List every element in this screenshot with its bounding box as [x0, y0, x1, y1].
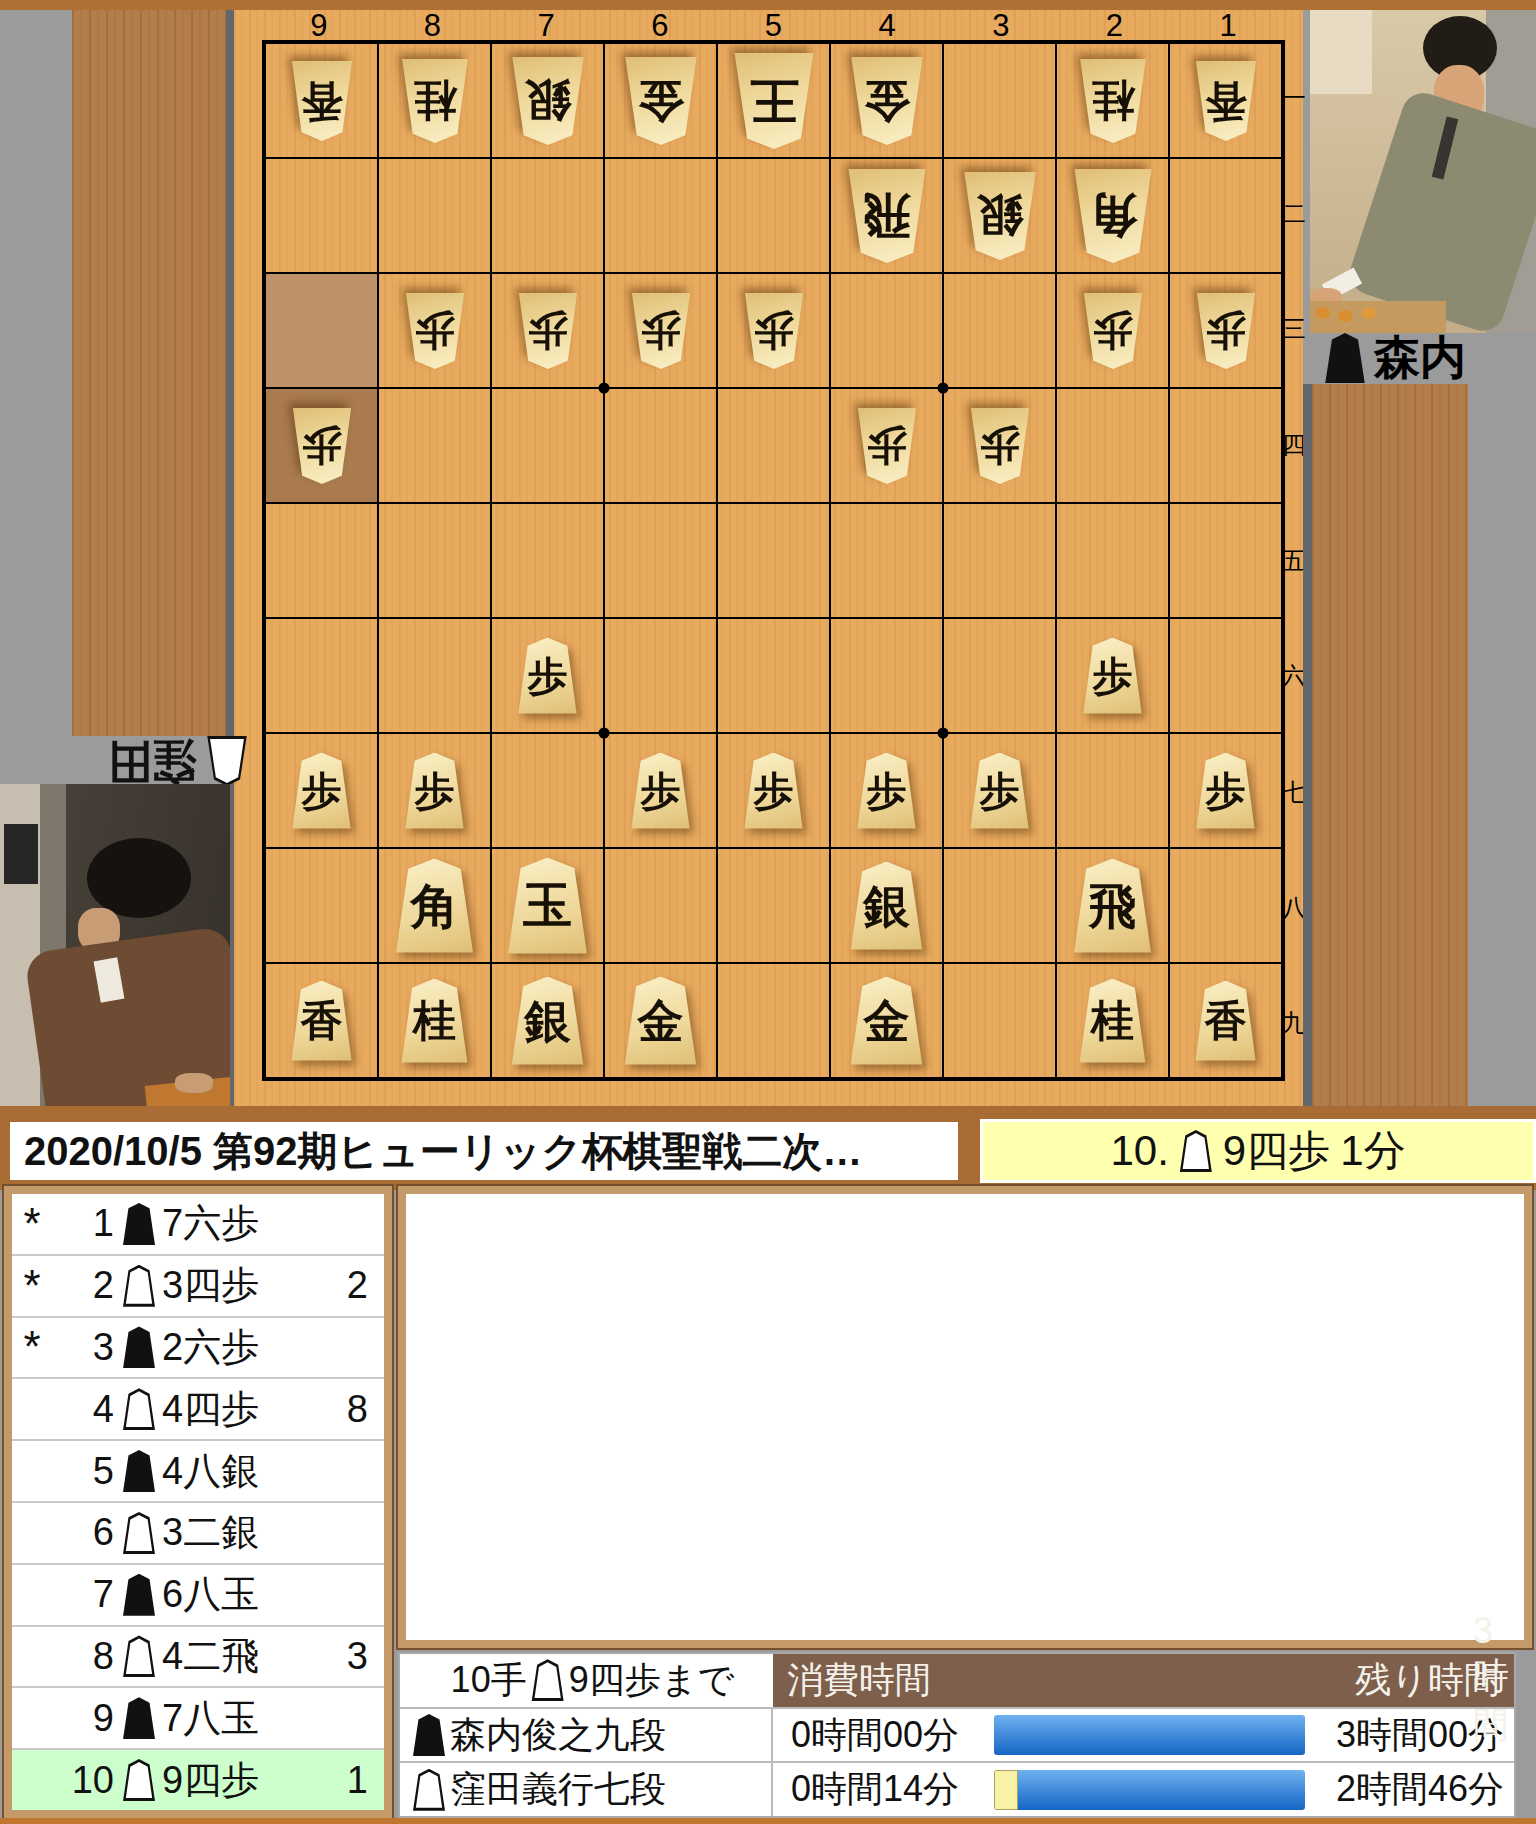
move-text: 3二銀 [162, 1507, 306, 1558]
sente-player-name: 森内俊之九段 [450, 1711, 666, 1760]
piece-gote-p: 歩 [1082, 293, 1144, 369]
piece-kanji: 歩 [641, 311, 681, 351]
piece-sente-l: 香 [1194, 981, 1258, 1061]
piece-kanji: 桂 [413, 79, 456, 122]
time-row-sente: 森内俊之九段 0時間00分 3時間00分 [400, 1707, 1514, 1762]
piece-kanji: 歩 [528, 311, 568, 351]
piece-kanji: 歩 [528, 656, 568, 696]
move-star: * [12, 1322, 52, 1372]
photo-monitor [4, 824, 38, 884]
square-9八 [265, 848, 378, 963]
square-7二 [491, 158, 604, 273]
gote-piece-icon [122, 1388, 156, 1430]
sente-piece-icon [122, 1326, 156, 1368]
hoshi-dot [599, 728, 610, 739]
piece-body: 角 [394, 859, 476, 953]
square-1三: 歩 [1169, 273, 1282, 388]
square-5九 [717, 963, 830, 1078]
square-5六 [717, 618, 830, 733]
piece-body: 香 [290, 61, 354, 141]
piece-sente-r: 飛 [1072, 859, 1154, 953]
piece-kanji: 歩 [415, 771, 455, 811]
board-column-labels: 987654321 [262, 10, 1285, 40]
square-9三 [265, 273, 378, 388]
row-label: 一 [1285, 40, 1303, 156]
square-2一: 桂 [1056, 43, 1169, 158]
move-text: 6八玉 [162, 1569, 306, 1620]
board-right-shadow [1303, 384, 1312, 1116]
square-3一 [943, 43, 1056, 158]
move-number: 1 [52, 1202, 114, 1245]
piece-body: 歩 [291, 753, 353, 829]
comment-area[interactable] [398, 1186, 1532, 1648]
square-1四 [1169, 388, 1282, 503]
square-8二 [378, 158, 491, 273]
piece-body: 銀 [962, 172, 1038, 260]
move-number: 8 [52, 1635, 114, 1678]
gote-piece-icon [1179, 1130, 1213, 1172]
moves-count: 10手 [451, 1656, 527, 1705]
square-5七: 歩 [717, 733, 830, 848]
moves-move: 9四歩まで [569, 1656, 735, 1705]
piece-gote-l: 香 [290, 61, 354, 141]
piece-body: 歩 [856, 753, 918, 829]
sente-time-bar [994, 1715, 1305, 1755]
square-8七: 歩 [378, 733, 491, 848]
gote-used-bar [994, 1770, 1018, 1810]
hoshi-dot [599, 383, 610, 394]
row-label: 八 [1285, 850, 1303, 966]
square-1八 [1169, 848, 1282, 963]
piece-sente-p: 歩 [291, 753, 353, 829]
photo-kubota [0, 784, 230, 1120]
move-text: 2六歩 [162, 1322, 306, 1373]
piece-body: 歩 [1195, 753, 1257, 829]
square-3六 [943, 618, 1056, 733]
move-row-3[interactable]: *32六歩 [12, 1318, 384, 1380]
left-wood-panel [72, 10, 226, 736]
move-row-9[interactable]: 97八玉 [12, 1688, 384, 1750]
piece-sente-p: 歩 [630, 753, 692, 829]
square-3三 [943, 273, 1056, 388]
piece-body: 桂 [400, 59, 470, 143]
square-2九: 桂 [1056, 963, 1169, 1078]
piece-kanji: 角 [411, 882, 459, 930]
piece-kanji: 歩 [415, 311, 455, 351]
square-7九: 銀 [491, 963, 604, 1078]
square-4九: 金 [830, 963, 943, 1078]
square-3七: 歩 [943, 733, 1056, 848]
piece-kanji: 歩 [754, 311, 794, 351]
piece-body: 歩 [743, 293, 805, 369]
piece-body: 飛 [1072, 859, 1154, 953]
piece-body: 歩 [1082, 293, 1144, 369]
square-7五 [491, 503, 604, 618]
move-number: 5 [52, 1450, 114, 1493]
piece-kanji: 歩 [980, 771, 1020, 811]
piece-sente-s: 銀 [849, 862, 925, 950]
piece-kanji: 歩 [754, 771, 794, 811]
square-6五 [604, 503, 717, 618]
piece-kanji: 金 [864, 998, 910, 1044]
piece-sente-n: 桂 [1078, 979, 1148, 1063]
square-6七: 歩 [604, 733, 717, 848]
column-label: 3 [944, 10, 1058, 42]
piece-body: 銀 [510, 57, 586, 145]
sente-piece-icon [122, 1574, 156, 1616]
photo-suit [1345, 87, 1536, 333]
piece-kanji: 香 [301, 80, 343, 122]
square-7八: 玉 [491, 848, 604, 963]
piece-gote-p: 歩 [969, 408, 1031, 484]
square-8三: 歩 [378, 273, 491, 388]
player-label-sente: 森内 [1310, 333, 1536, 383]
square-4五 [830, 503, 943, 618]
square-8四 [378, 388, 491, 503]
piece-gote-p: 歩 [1195, 293, 1257, 369]
move-number: 3 [52, 1326, 114, 1369]
move-time: 8 [306, 1388, 368, 1431]
piece-body: 歩 [517, 293, 579, 369]
piece-kanji: 角 [1089, 192, 1137, 240]
square-8八: 角 [378, 848, 491, 963]
piece-kanji: 香 [1205, 80, 1247, 122]
square-1一: 香 [1169, 43, 1282, 158]
piece-body: 歩 [517, 638, 579, 714]
sente-piece-icon [122, 1697, 156, 1739]
piece-sente-p: 歩 [1082, 638, 1144, 714]
square-5八 [717, 848, 830, 963]
photo-window [1310, 10, 1372, 94]
piece-body: 金 [849, 977, 925, 1065]
move-time: 2 [306, 1264, 368, 1307]
piece-kanji: 歩 [1206, 771, 1246, 811]
move-time: 1 [306, 1759, 368, 1802]
square-2五 [1056, 503, 1169, 618]
piece-kanji: 歩 [980, 426, 1020, 466]
square-9六 [265, 618, 378, 733]
square-6九: 金 [604, 963, 717, 1078]
column-label: 5 [717, 10, 831, 42]
square-4八: 銀 [830, 848, 943, 963]
column-label: 8 [376, 10, 490, 42]
piece-gote-s: 銀 [510, 57, 586, 145]
row-label: 三 [1285, 271, 1303, 387]
piece-gote-p: 歩 [630, 293, 692, 369]
moves-so-far-label: 10手 9四歩まで [400, 1654, 773, 1707]
square-4六 [830, 618, 943, 733]
square-1五 [1169, 503, 1282, 618]
move-number: 9 [52, 1697, 114, 1740]
piece-sente-n: 桂 [400, 979, 470, 1063]
sente-piece-icon [122, 1203, 156, 1245]
move-number: 7 [52, 1573, 114, 1616]
gote-remaining-time: 2時間46分 [1305, 1765, 1514, 1814]
time-table-header-right: 消費時間 3時間 残り時間 [773, 1654, 1514, 1707]
move-row-1[interactable]: *17六歩 [12, 1194, 384, 1256]
move-number: 2 [52, 1264, 114, 1307]
right-wood-panel [1312, 384, 1468, 1116]
gote-remaining-bar [1018, 1770, 1305, 1810]
piece-body: 桂 [1078, 979, 1148, 1063]
square-4一: 金 [830, 43, 943, 158]
row-label: 七 [1285, 734, 1303, 850]
photo-hair [87, 838, 191, 918]
square-2六: 歩 [1056, 618, 1169, 733]
gote-time-bar [994, 1770, 1305, 1810]
bottom-border-strip [0, 1818, 1536, 1824]
square-8九: 桂 [378, 963, 491, 1078]
row-label: 五 [1285, 503, 1303, 619]
piece-gote-g: 金 [623, 57, 699, 145]
column-label: 7 [489, 10, 603, 42]
photo-hand [175, 1073, 213, 1093]
piece-gote-l: 香 [1194, 61, 1258, 141]
sente-remaining-bar [994, 1715, 1305, 1755]
piece-sente-s: 銀 [510, 977, 586, 1065]
piece-gote-p: 歩 [404, 293, 466, 369]
piece-kanji: 飛 [1089, 882, 1137, 930]
piece-gote-n: 桂 [1078, 59, 1148, 143]
piece-body: 歩 [404, 753, 466, 829]
piece-body: 王 [732, 53, 816, 149]
square-6三: 歩 [604, 273, 717, 388]
move-text: 4四歩 [162, 1384, 306, 1435]
piece-gote-p: 歩 [856, 408, 918, 484]
piece-kanji: 金 [864, 78, 910, 124]
square-1七: 歩 [1169, 733, 1282, 848]
piece-body: 桂 [400, 979, 470, 1063]
square-2七 [1056, 733, 1169, 848]
piece-body: 金 [623, 57, 699, 145]
move-row-7[interactable]: 76八玉 [12, 1565, 384, 1627]
move-row-2[interactable]: *23四歩2 [12, 1256, 384, 1318]
piece-body: 香 [1194, 981, 1258, 1061]
gote-consumed-time: 0時間14分 [773, 1765, 994, 1814]
square-2八: 飛 [1056, 848, 1169, 963]
square-5一: 王 [717, 43, 830, 158]
move-text: 4八銀 [162, 1446, 306, 1497]
square-2三: 歩 [1056, 273, 1169, 388]
shogi-viewer: 987654321 香桂銀金王金桂香飛銀角歩歩歩歩歩歩歩歩歩歩歩歩歩歩歩歩歩歩角… [0, 0, 1536, 1824]
piece-body: 歩 [856, 408, 918, 484]
square-6六 [604, 618, 717, 733]
piece-sente-p: 歩 [404, 753, 466, 829]
move-time: 3 [306, 1635, 368, 1678]
square-1二 [1169, 158, 1282, 273]
piece-kanji: 金 [638, 78, 684, 124]
piece-body: 歩 [1082, 638, 1144, 714]
remaining-header: 残り時間 [1355, 1656, 1500, 1705]
square-7四 [491, 388, 604, 503]
move-row-4[interactable]: 44四歩8 [12, 1379, 384, 1441]
gote-player-name: 窪田義行七段 [450, 1765, 666, 1814]
piece-body: 銀 [510, 977, 586, 1065]
move-row-10[interactable]: 109四歩1 [12, 1750, 384, 1810]
square-9四: 歩 [265, 388, 378, 503]
piece-body: 歩 [969, 408, 1031, 484]
piece-gote-s: 銀 [962, 172, 1038, 260]
piece-body: 歩 [969, 753, 1031, 829]
piece-kanji: 歩 [1093, 656, 1133, 696]
piece-gote-p: 歩 [743, 293, 805, 369]
piece-body: 歩 [404, 293, 466, 369]
piece-body: 香 [1194, 61, 1258, 141]
piece-kanji: 銀 [525, 998, 571, 1044]
move-number: 6 [52, 1511, 114, 1554]
square-4四: 歩 [830, 388, 943, 503]
column-label: 6 [603, 10, 717, 42]
sente-piece-icon [122, 1450, 156, 1492]
sente-consumed-time: 0時間00分 [773, 1711, 994, 1760]
gote-piece-icon [412, 1769, 446, 1811]
piece-kanji: 銀 [977, 193, 1023, 239]
piece-kanji: 歩 [867, 426, 907, 466]
move-row-8[interactable]: 84二飛3 [12, 1627, 384, 1689]
column-label: 1 [1171, 10, 1285, 42]
square-2二: 角 [1056, 158, 1169, 273]
gote-piece-icon [531, 1659, 565, 1701]
row-label: 二 [1285, 156, 1303, 272]
piece-body: 金 [623, 977, 699, 1065]
square-3八 [943, 848, 1056, 963]
square-6四 [604, 388, 717, 503]
gote-piece-icon [122, 1265, 156, 1307]
piece-body: 金 [849, 57, 925, 145]
photo-morinouchi [1310, 10, 1536, 333]
piece-kanji: 歩 [302, 771, 342, 811]
piece-kanji: 桂 [413, 999, 456, 1042]
gote-piece-icon [122, 1759, 156, 1801]
move-star: * [12, 1261, 52, 1311]
square-4二: 飛 [830, 158, 943, 273]
piece-sente-p: 歩 [743, 753, 805, 829]
piece-sente-p: 歩 [856, 753, 918, 829]
piece-kanji: 歩 [302, 426, 342, 466]
row-label: 四 [1285, 387, 1303, 503]
square-5四 [717, 388, 830, 503]
move-row-6[interactable]: 63二銀 [12, 1503, 384, 1565]
move-text: 9四歩 [162, 1755, 306, 1806]
piece-gote-k: 王 [732, 53, 816, 149]
piece-kanji: 飛 [863, 192, 911, 240]
piece-body: 歩 [630, 293, 692, 369]
hoshi-dot [938, 728, 949, 739]
piece-kanji: 歩 [1093, 311, 1133, 351]
square-3五 [943, 503, 1056, 618]
board-grid: 香桂銀金王金桂香飛銀角歩歩歩歩歩歩歩歩歩歩歩歩歩歩歩歩歩歩角玉銀飛香桂銀金金桂香 [262, 40, 1285, 1081]
square-7三: 歩 [491, 273, 604, 388]
square-7七 [491, 733, 604, 848]
piece-kanji: 玉 [523, 881, 572, 930]
square-5二 [717, 158, 830, 273]
square-4三 [830, 273, 943, 388]
move-star: * [12, 1199, 52, 1249]
square-9五 [265, 503, 378, 618]
piece-kanji: 王 [749, 76, 798, 125]
move-text: 7六歩 [162, 1198, 306, 1249]
piece-body: 歩 [291, 408, 353, 484]
move-row-5[interactable]: 54八銀 [12, 1441, 384, 1503]
move-text: 3四歩 [162, 1260, 306, 1311]
move-number: 4 [52, 1388, 114, 1431]
move-list: *17六歩*23四歩2*32六歩44四歩854八銀63二銀76八玉84二飛397… [4, 1186, 392, 1818]
column-label: 4 [830, 10, 944, 42]
square-3二: 銀 [943, 158, 1056, 273]
current-move-number: 10. [1110, 1127, 1168, 1175]
sente-name-short: 森内 [1374, 327, 1466, 389]
piece-body: 歩 [1195, 293, 1257, 369]
row-label: 六 [1285, 618, 1303, 734]
piece-gote-r: 飛 [846, 169, 928, 263]
piece-body: 歩 [743, 753, 805, 829]
time-table: 10手 9四歩まで 消費時間 3時間 残り時間 森内俊之九段 0時間00分 3時… [398, 1652, 1516, 1818]
piece-sente-p: 歩 [1195, 753, 1257, 829]
piece-gote-b: 角 [1072, 169, 1154, 263]
piece-sente-b: 角 [394, 859, 476, 953]
square-9一: 香 [265, 43, 378, 158]
piece-sente-g: 金 [623, 977, 699, 1065]
piece-kanji: 桂 [1091, 999, 1134, 1042]
current-move-text: 9四歩 [1223, 1123, 1330, 1179]
piece-gote-n: 桂 [400, 59, 470, 143]
piece-gote-p: 歩 [517, 293, 579, 369]
column-label: 9 [262, 10, 376, 42]
square-9七: 歩 [265, 733, 378, 848]
piece-body: 角 [1072, 169, 1154, 263]
piece-sente-g: 金 [849, 977, 925, 1065]
current-move-bar: 10. 9四歩 1分 [980, 1119, 1536, 1183]
piece-gote-g: 金 [849, 57, 925, 145]
piece-sente-k: 玉 [506, 858, 590, 954]
square-6一: 金 [604, 43, 717, 158]
shogi-board: 987654321 香桂銀金王金桂香飛銀角歩歩歩歩歩歩歩歩歩歩歩歩歩歩歩歩歩歩角… [234, 10, 1303, 1106]
piece-sente-l: 香 [290, 981, 354, 1061]
gote-name-short: 窪田 [106, 730, 198, 792]
hoshi-dot [938, 383, 949, 394]
square-8五 [378, 503, 491, 618]
row-label: 九 [1285, 965, 1303, 1081]
piece-kanji: 歩 [867, 771, 907, 811]
piece-body: 飛 [846, 169, 928, 263]
square-3九 [943, 963, 1056, 1078]
square-1九: 香 [1169, 963, 1282, 1078]
piece-body: 桂 [1078, 59, 1148, 143]
piece-body: 玉 [506, 858, 590, 954]
square-2四 [1056, 388, 1169, 503]
piece-body: 歩 [630, 753, 692, 829]
player-label-gote: 窪田 [58, 736, 248, 786]
square-7一: 銀 [491, 43, 604, 158]
sente-piece-icon [412, 1714, 446, 1756]
column-label: 2 [1058, 10, 1172, 42]
piece-gote-p: 歩 [291, 408, 353, 484]
square-6二 [604, 158, 717, 273]
piece-kanji: 香 [301, 1000, 343, 1042]
game-title-bar: 2020/10/5 第92期ヒューリック杯棋聖戦二次… [10, 1122, 958, 1180]
board-row-labels: 一二三四五六七八九 [1285, 40, 1303, 1081]
square-9九: 香 [265, 963, 378, 1078]
move-text: 7八玉 [162, 1693, 306, 1744]
piece-kanji: 銀 [864, 883, 910, 929]
sente-piece-icon [1324, 333, 1366, 383]
piece-body: 銀 [849, 862, 925, 950]
move-text: 4二飛 [162, 1631, 306, 1682]
square-3四: 歩 [943, 388, 1056, 503]
current-move-time: 1分 [1340, 1123, 1405, 1179]
time-row-gote: 窪田義行七段 0時間14分 2時間46分 [400, 1761, 1514, 1816]
piece-kanji: 香 [1205, 1000, 1247, 1042]
